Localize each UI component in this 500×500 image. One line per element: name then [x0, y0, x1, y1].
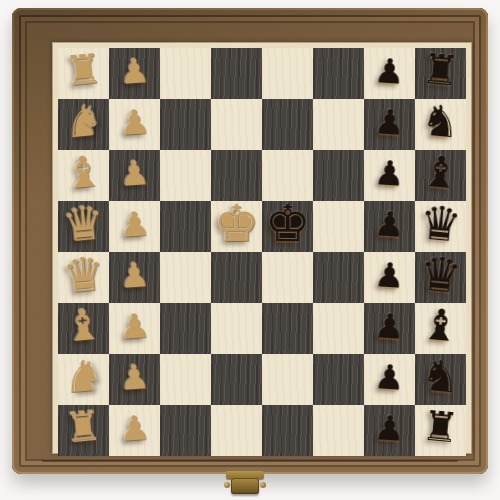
square-h4[interactable]: ♛ — [415, 252, 466, 303]
piece-black-pawn: ♟ — [362, 349, 416, 403]
square-f6[interactable] — [313, 150, 364, 201]
brass-latch — [222, 471, 268, 496]
square-g6[interactable]: ♟ — [364, 150, 415, 201]
square-a7[interactable]: ♞ — [58, 99, 109, 150]
square-b7[interactable]: ♟ — [109, 99, 160, 150]
square-e6[interactable] — [262, 150, 313, 201]
piece-black-king: ♚ — [262, 198, 314, 250]
piece-white-pawn: ♟ — [107, 400, 161, 454]
wooden-box-frame: ♜♟♟♜♞♟♟♞♝♟♟♝♛♟♚♚♟♛♛♟♟♛♝♟♟♝♞♟♟♞♜♟♟♜ — [12, 8, 488, 474]
piece-white-king: ♚ — [211, 198, 263, 250]
square-a4[interactable]: ♛ — [58, 252, 109, 303]
square-a1[interactable]: ♜ — [58, 405, 109, 456]
square-h2[interactable]: ♞ — [415, 354, 466, 405]
square-f2[interactable] — [313, 354, 364, 405]
piece-white-pawn: ♟ — [107, 196, 161, 250]
square-a3[interactable]: ♝ — [58, 303, 109, 354]
square-b2[interactable]: ♟ — [109, 354, 160, 405]
square-e7[interactable] — [262, 99, 313, 150]
square-b4[interactable]: ♟ — [109, 252, 160, 303]
piece-white-pawn: ♟ — [107, 349, 161, 403]
square-a6[interactable]: ♝ — [58, 150, 109, 201]
piece-black-rook: ♜ — [413, 400, 468, 455]
latch-screw-left — [224, 482, 230, 488]
square-b5[interactable]: ♟ — [109, 201, 160, 252]
piece-black-pawn: ♟ — [362, 298, 416, 352]
piece-black-queen: ♛ — [413, 196, 468, 251]
piece-black-pawn: ♟ — [362, 247, 416, 301]
square-b3[interactable]: ♟ — [109, 303, 160, 354]
square-g7[interactable]: ♟ — [364, 99, 415, 150]
piece-white-pawn: ♟ — [107, 247, 161, 301]
square-f7[interactable] — [313, 99, 364, 150]
piece-white-rook: ♜ — [56, 400, 111, 455]
square-d3[interactable] — [211, 303, 262, 354]
square-c2[interactable] — [160, 354, 211, 405]
box-lid-seam — [42, 460, 458, 462]
piece-black-queen: ♛ — [413, 247, 468, 302]
square-f4[interactable] — [313, 252, 364, 303]
square-f1[interactable] — [313, 405, 364, 456]
square-h1[interactable]: ♜ — [415, 405, 466, 456]
latch-screw-right — [260, 482, 266, 488]
square-g3[interactable]: ♟ — [364, 303, 415, 354]
photo-background: ♜♟♟♜♞♟♟♞♝♟♟♝♛♟♚♚♟♛♛♟♟♛♝♟♟♝♞♟♟♞♜♟♟♜ — [0, 0, 500, 500]
piece-white-pawn: ♟ — [107, 43, 161, 97]
piece-white-bishop: ♝ — [56, 145, 111, 200]
square-b6[interactable]: ♟ — [109, 150, 160, 201]
latch-clasp — [231, 478, 259, 494]
piece-black-bishop: ♝ — [413, 145, 468, 200]
piece-black-knight: ♞ — [413, 94, 468, 149]
piece-white-rook: ♜ — [56, 43, 111, 98]
square-h7[interactable]: ♞ — [415, 99, 466, 150]
square-d7[interactable] — [211, 99, 262, 150]
square-b8[interactable]: ♟ — [109, 48, 160, 99]
piece-white-bishop: ♝ — [56, 298, 111, 353]
square-c5[interactable] — [160, 201, 211, 252]
square-g1[interactable]: ♟ — [364, 405, 415, 456]
square-d1[interactable] — [211, 405, 262, 456]
square-f8[interactable] — [313, 48, 364, 99]
square-h5[interactable]: ♛ — [415, 201, 466, 252]
square-c6[interactable] — [160, 150, 211, 201]
square-c4[interactable] — [160, 252, 211, 303]
piece-white-pawn: ♟ — [107, 145, 161, 199]
piece-white-knight: ♞ — [56, 94, 111, 149]
square-g4[interactable]: ♟ — [364, 252, 415, 303]
square-d8[interactable] — [211, 48, 262, 99]
square-a2[interactable]: ♞ — [58, 354, 109, 405]
square-e1[interactable] — [262, 405, 313, 456]
square-e8[interactable] — [262, 48, 313, 99]
square-a5[interactable]: ♛ — [58, 201, 109, 252]
square-g8[interactable]: ♟ — [364, 48, 415, 99]
piece-black-pawn: ♟ — [362, 43, 416, 97]
piece-white-queen: ♛ — [56, 247, 111, 302]
piece-white-pawn: ♟ — [107, 94, 161, 148]
piece-black-pawn: ♟ — [362, 400, 416, 454]
square-c3[interactable] — [160, 303, 211, 354]
square-g5[interactable]: ♟ — [364, 201, 415, 252]
square-c8[interactable] — [160, 48, 211, 99]
square-b1[interactable]: ♟ — [109, 405, 160, 456]
square-h8[interactable]: ♜ — [415, 48, 466, 99]
square-c1[interactable] — [160, 405, 211, 456]
square-e5[interactable]: ♚ — [262, 201, 313, 252]
piece-black-knight: ♞ — [413, 349, 468, 404]
board-maple-border: ♜♟♟♜♞♟♟♞♝♟♟♝♛♟♚♚♟♛♛♟♟♛♝♟♟♝♞♟♟♞♜♟♟♜ — [52, 42, 472, 454]
piece-black-pawn: ♟ — [362, 94, 416, 148]
square-d5[interactable]: ♚ — [211, 201, 262, 252]
square-h6[interactable]: ♝ — [415, 150, 466, 201]
square-e3[interactable] — [262, 303, 313, 354]
square-h3[interactable]: ♝ — [415, 303, 466, 354]
square-d6[interactable] — [211, 150, 262, 201]
square-a8[interactable]: ♜ — [58, 48, 109, 99]
chess-board: ♜♟♟♜♞♟♟♞♝♟♟♝♛♟♚♚♟♛♛♟♟♛♝♟♟♝♞♟♟♞♜♟♟♜ — [58, 48, 466, 456]
piece-white-pawn: ♟ — [107, 298, 161, 352]
piece-black-rook: ♜ — [413, 43, 468, 98]
square-e2[interactable] — [262, 354, 313, 405]
square-g2[interactable]: ♟ — [364, 354, 415, 405]
piece-black-pawn: ♟ — [362, 196, 416, 250]
piece-black-pawn: ♟ — [362, 145, 416, 199]
square-e4[interactable] — [262, 252, 313, 303]
piece-black-bishop: ♝ — [413, 298, 468, 353]
piece-white-queen: ♛ — [56, 196, 111, 251]
square-f5[interactable] — [313, 201, 364, 252]
piece-white-knight: ♞ — [56, 349, 111, 404]
square-c7[interactable] — [160, 99, 211, 150]
square-f3[interactable] — [313, 303, 364, 354]
square-d2[interactable] — [211, 354, 262, 405]
square-d4[interactable] — [211, 252, 262, 303]
